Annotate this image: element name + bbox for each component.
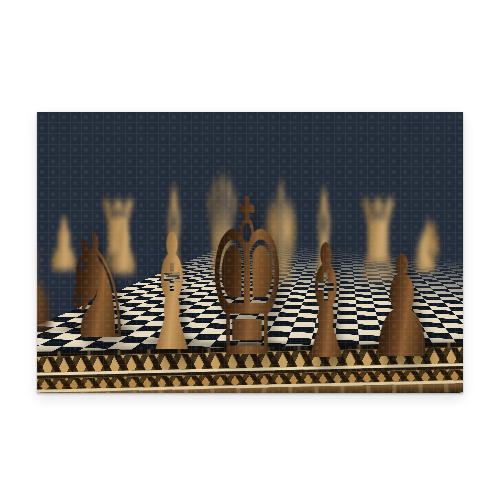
edge-pawn-left: ♟ — [37, 200, 63, 353]
front-knight: ♞ — [59, 214, 135, 359]
page-background: { "game": "chess", "scene": { "descripti… — [0, 0, 500, 500]
front-king: ♚ — [206, 173, 288, 389]
front-bishop-light: ♝ — [141, 213, 204, 374]
front-bishop-dark: ♝ — [295, 224, 358, 382]
puzzle-photo: ♟♜♟♝♛♚♝♜♞♟♞♝♚♝♟ — [37, 112, 463, 393]
front-pawn: ♟ — [367, 238, 437, 378]
